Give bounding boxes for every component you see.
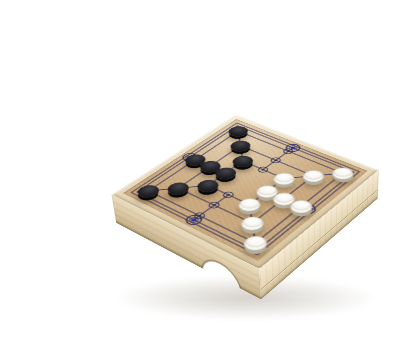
- point-f2: [245, 219, 259, 227]
- point-dot-d1: [197, 214, 202, 217]
- point-d2[interactable]: [207, 201, 220, 209]
- point-dot-d2: [212, 204, 217, 207]
- point-dot-d3: [226, 193, 231, 196]
- piece-white-e4[interactable]: [252, 183, 282, 200]
- point-dot-e4: [265, 190, 270, 193]
- point-dot-e3: [247, 203, 252, 206]
- point-g1: [248, 238, 262, 247]
- game-box: [111, 114, 378, 269]
- point-d3[interactable]: [222, 191, 235, 199]
- point-g4: [294, 202, 307, 210]
- point-dot-f4: [281, 197, 286, 200]
- piece-black-b6[interactable]: [226, 138, 254, 153]
- piece-white-f4[interactable]: [269, 190, 299, 208]
- piece-white-g1[interactable]: [239, 233, 271, 253]
- border-bullseye-dot: [304, 207, 312, 212]
- point-f4: [277, 195, 290, 203]
- box-top-rim: [111, 114, 378, 269]
- board-arm-line: [194, 195, 228, 220]
- piece-white-e3[interactable]: [234, 196, 265, 214]
- border-bullseye-outer-ring: [183, 214, 204, 227]
- piece-black-b2[interactable]: [163, 180, 193, 197]
- point-d1[interactable]: [193, 212, 207, 220]
- camera-tilt: [40, 16, 394, 364]
- piece-white-f6[interactable]: [299, 168, 328, 185]
- point-dot-a1: [146, 190, 151, 193]
- point-a1: [142, 187, 155, 195]
- board-arm-line: [267, 191, 308, 209]
- border-bullseye-inner-ring: [188, 216, 200, 224]
- point-dot-f2: [250, 222, 255, 225]
- border-bullseye-outer-ring: [298, 203, 319, 215]
- point-dot-b2: [176, 187, 181, 190]
- point-dot-g4: [299, 205, 304, 208]
- piece-white-g7[interactable]: [328, 165, 357, 182]
- point-dot-g1: [253, 241, 258, 244]
- border-bullseye-inner-ring: [302, 206, 314, 213]
- piece-black-c5[interactable]: [228, 153, 257, 169]
- point-dot-c3: [206, 184, 211, 187]
- board-photo: [40, 16, 394, 364]
- piece-white-g4[interactable]: [286, 197, 317, 215]
- point-e4: [260, 187, 273, 195]
- piece-black-c3[interactable]: [193, 177, 223, 194]
- border-bullseye-dot: [190, 218, 198, 223]
- piece-white-f2[interactable]: [237, 214, 268, 233]
- piece-black-a1[interactable]: [134, 182, 164, 199]
- board-arm-line: [215, 204, 290, 250]
- piece-black-a7[interactable]: [225, 124, 252, 138]
- point-e3: [243, 201, 256, 209]
- piece-white-e5[interactable]: [269, 170, 298, 187]
